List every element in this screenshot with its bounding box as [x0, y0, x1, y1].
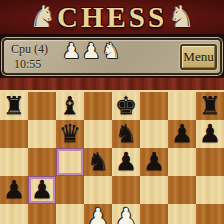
- black-rook-piece: ♜: [0, 92, 28, 120]
- square-a4[interactable]: [0, 204, 28, 224]
- captured-pieces-tray: ♟♟♞: [62, 38, 121, 64]
- white-pawn-piece: ♟: [112, 204, 140, 224]
- status-bar-wrap: Cpu (4) 10:55 ♟♟♞ Menu: [0, 36, 224, 77]
- square-a6[interactable]: [0, 148, 28, 176]
- square-b8[interactable]: [28, 92, 56, 120]
- square-e8[interactable]: ♚: [112, 92, 140, 120]
- square-f5[interactable]: [140, 176, 168, 204]
- square-b4[interactable]: [28, 204, 56, 224]
- black-knight-piece: ♞: [84, 148, 112, 176]
- captured-white-piece: ♟: [62, 38, 81, 64]
- square-c4[interactable]: [56, 204, 84, 224]
- menu-button[interactable]: Menu: [180, 44, 217, 70]
- board-grid: ♜♝♚♜♛♞♟♟♞♟♟♟♟♟♟: [0, 92, 224, 224]
- square-f7[interactable]: [140, 120, 168, 148]
- black-pawn-piece: ♟: [168, 120, 196, 148]
- square-h6[interactable]: [196, 148, 224, 176]
- square-h8[interactable]: ♜: [196, 92, 224, 120]
- title-banner: ♞ CHESS ♞: [0, 0, 224, 36]
- square-e7[interactable]: ♞: [112, 120, 140, 148]
- square-g6[interactable]: [168, 148, 196, 176]
- square-a8[interactable]: ♜: [0, 92, 28, 120]
- black-pawn-piece: ♟: [196, 120, 224, 148]
- chess-board: ♜♝♚♜♛♞♟♟♞♟♟♟♟♟♟: [0, 92, 224, 224]
- black-knight-piece: ♞: [112, 120, 140, 148]
- square-f6[interactable]: ♟: [140, 148, 168, 176]
- captured-white-piece: ♟: [82, 38, 101, 64]
- black-rook-piece: ♜: [196, 92, 224, 120]
- player-label: Cpu (4): [11, 42, 48, 57]
- black-pawn-piece: ♟: [0, 176, 28, 204]
- black-queen-piece: ♛: [56, 120, 84, 148]
- black-king-piece: ♚: [112, 92, 140, 120]
- square-f8[interactable]: [140, 92, 168, 120]
- square-e6[interactable]: ♟: [112, 148, 140, 176]
- captured-white-piece: ♞: [102, 38, 121, 64]
- chess-app-screen: ♞ CHESS ♞ Cpu (4) 10:55 ♟♟♞ Menu ♜♝♚♜♛♞♟…: [0, 0, 224, 224]
- square-h7[interactable]: ♟: [196, 120, 224, 148]
- app-title: CHESS: [57, 0, 167, 34]
- square-f4[interactable]: [140, 204, 168, 224]
- square-h4[interactable]: [196, 204, 224, 224]
- black-bishop-piece: ♝: [56, 92, 84, 120]
- square-g5[interactable]: [168, 176, 196, 204]
- square-g8[interactable]: [168, 92, 196, 120]
- square-d5[interactable]: [84, 176, 112, 204]
- square-b6[interactable]: [28, 148, 56, 176]
- square-c5[interactable]: [56, 176, 84, 204]
- square-d7[interactable]: [84, 120, 112, 148]
- player-clock: 10:55: [14, 57, 41, 72]
- square-a7[interactable]: [0, 120, 28, 148]
- square-e5[interactable]: [112, 176, 140, 204]
- square-d4[interactable]: ♟: [84, 204, 112, 224]
- square-c6[interactable]: [56, 148, 84, 176]
- square-g4[interactable]: [168, 204, 196, 224]
- square-e4[interactable]: ♟: [112, 204, 140, 224]
- square-b5[interactable]: ♟: [28, 176, 56, 204]
- square-g7[interactable]: ♟: [168, 120, 196, 148]
- black-pawn-piece: ♟: [28, 176, 56, 204]
- black-pawn-piece: ♟: [112, 148, 140, 176]
- status-bar: Cpu (4) 10:55 ♟♟♞ Menu: [2, 38, 222, 75]
- knight-right-icon: ♞: [168, 1, 195, 33]
- white-pawn-piece: ♟: [84, 204, 112, 224]
- square-h5[interactable]: [196, 176, 224, 204]
- black-pawn-piece: ♟: [140, 148, 168, 176]
- square-d6[interactable]: ♞: [84, 148, 112, 176]
- board-wood-frame: [0, 77, 224, 92]
- square-d8[interactable]: [84, 92, 112, 120]
- square-c8[interactable]: ♝: [56, 92, 84, 120]
- square-b7[interactable]: [28, 120, 56, 148]
- square-a5[interactable]: ♟: [0, 176, 28, 204]
- square-c7[interactable]: ♛: [56, 120, 84, 148]
- knight-left-icon: ♞: [29, 1, 56, 33]
